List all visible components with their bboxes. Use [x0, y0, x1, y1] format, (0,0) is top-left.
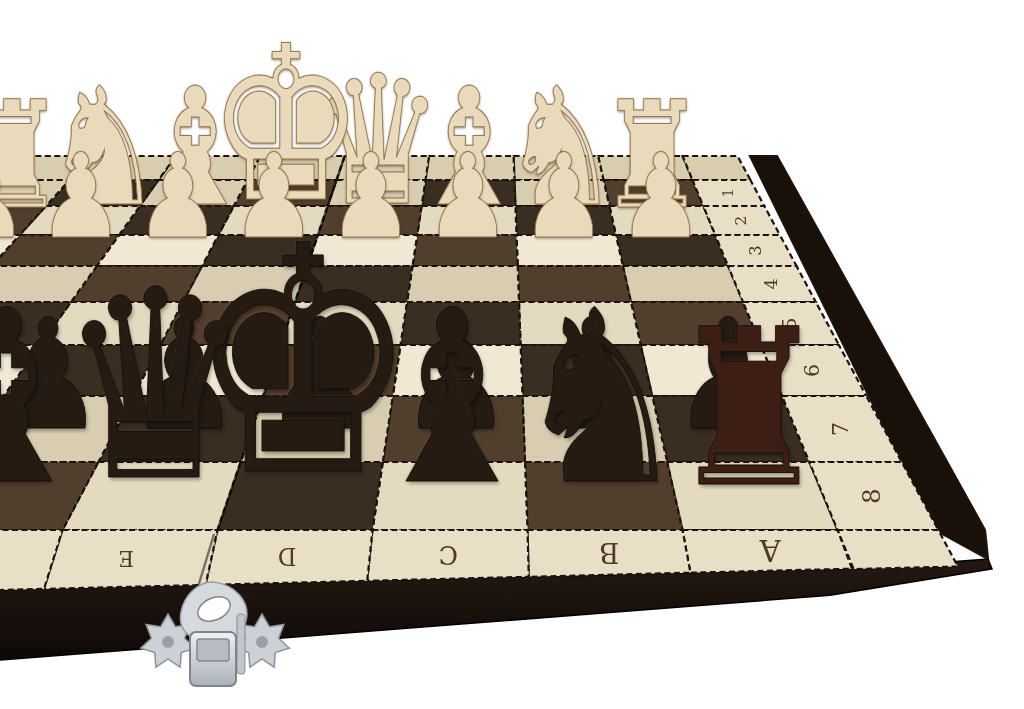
clasp-pin: [237, 614, 245, 674]
clasp-lever-window: [197, 639, 229, 661]
piece-white-pawn-b2[interactable]: ♟: [521, 141, 607, 252]
rank-label-3: 3: [746, 245, 765, 255]
piece-white-pawn-a2[interactable]: ♟: [618, 141, 704, 252]
piece-black-rook-a8[interactable]: ♜: [669, 306, 829, 512]
clasp-rivet-left: [162, 636, 174, 648]
chess-set-photo: Angled product photo of a wooden folding…: [0, 0, 1024, 709]
piece-black-bishop-f8[interactable]: ♝: [0, 285, 94, 512]
piece-white-pawn-h2[interactable]: ♟: [0, 141, 28, 252]
clasp-latch[interactable]: [138, 576, 294, 708]
rank-label-7: 7: [827, 422, 853, 436]
file-label-e: E: [118, 546, 134, 571]
rank-label-8: 8: [857, 488, 886, 504]
file-label-c: C: [438, 540, 457, 570]
file-label-d: D: [278, 542, 297, 570]
near-border-corner-cell: [838, 530, 958, 569]
piece-white-pawn-c2[interactable]: ♟: [425, 141, 511, 252]
file-label-b: B: [599, 537, 619, 568]
clasp-rivet-right: [256, 636, 268, 648]
file-label-a: A: [759, 533, 782, 567]
rank-label-1: 1: [720, 188, 736, 197]
rank-label-2: 2: [732, 216, 750, 226]
